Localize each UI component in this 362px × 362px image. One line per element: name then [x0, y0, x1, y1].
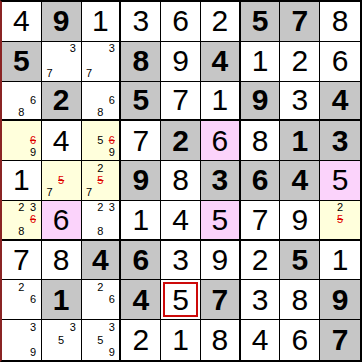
cell-r3c6[interactable]: 1	[201, 82, 241, 122]
candidate-digit: 6	[27, 135, 39, 147]
cell-r7c5[interactable]: 3	[161, 241, 201, 281]
candidate-digit: 9	[106, 147, 117, 159]
cell-r2c2[interactable]: 37	[42, 42, 82, 82]
solved-digit: 2	[252, 245, 269, 275]
cell-r2c8[interactable]: 2	[280, 42, 320, 82]
cell-r8c9[interactable]: 9	[320, 280, 360, 320]
given-digit: 8	[132, 46, 149, 76]
candidate-digit: 9	[27, 346, 39, 359]
candidate-digit: 3	[67, 321, 79, 334]
cell-r6c9[interactable]: 25	[320, 201, 360, 241]
candidate-digit: 6	[106, 135, 117, 147]
candidate-digit: 5	[55, 174, 67, 186]
solved-digit: 8	[53, 245, 70, 275]
solved-digit: 1	[172, 325, 189, 355]
candidate-grid: 26	[2, 280, 41, 319]
given-digit: 7	[211, 285, 228, 315]
solved-digit: 5	[211, 205, 228, 235]
cell-r9c1[interactable]: 39	[2, 320, 42, 360]
given-digit: 4	[132, 285, 149, 315]
solved-digit: 7	[13, 245, 30, 275]
candidate-digit: 8	[16, 226, 28, 238]
solved-digit: 4	[13, 6, 30, 36]
cell-r6c2[interactable]: 6	[42, 201, 82, 241]
given-digit: 1	[291, 126, 308, 156]
cell-r7c8[interactable]: 5	[280, 241, 320, 281]
solved-digit: 9	[291, 205, 308, 235]
cell-r2c6[interactable]: 4	[201, 42, 241, 82]
cell-r2c9[interactable]: 6	[320, 42, 360, 82]
cell-r1c8[interactable]: 7	[280, 2, 320, 42]
solved-digit: 2	[291, 46, 308, 76]
candidate-digit: 5	[95, 334, 106, 347]
candidate-digit: 6	[27, 214, 39, 226]
cell-r5c8[interactable]: 4	[280, 161, 320, 201]
solved-digit: 7	[132, 126, 149, 156]
solved-digit: 2	[211, 6, 228, 36]
candidate-digit: 3	[27, 202, 39, 214]
candidate-digit: 3	[106, 43, 117, 55]
candidate-digit: 9	[27, 147, 39, 159]
candidate-grid: 359	[82, 320, 120, 360]
cell-r3c4[interactable]: 5	[121, 82, 161, 122]
candidate-digit: 3	[106, 321, 117, 334]
candidate-digit: 7	[44, 187, 56, 199]
cell-r5c6[interactable]: 3	[201, 161, 241, 201]
solved-digit: 8	[172, 165, 189, 195]
cell-r1c6[interactable]: 2	[201, 2, 241, 42]
solved-digit: 3	[172, 245, 189, 275]
candidate-grid: 2368	[2, 201, 41, 239]
solved-digit: 4	[252, 325, 269, 355]
cell-r4c7[interactable]: 8	[241, 121, 281, 161]
solved-digit: 3	[291, 85, 308, 115]
cell-r6c8[interactable]: 9	[280, 201, 320, 241]
cell-r9c7[interactable]: 4	[241, 320, 281, 360]
candidate-digit: 8	[16, 106, 28, 118]
solved-digit: 1	[92, 6, 109, 36]
given-digit: 5	[291, 245, 308, 275]
given-digit: 9	[252, 85, 269, 115]
solved-digit: 8	[291, 285, 308, 315]
solved-digit: 6	[172, 6, 189, 36]
cell-r9c6[interactable]: 8	[201, 320, 241, 360]
solved-digit: 6	[291, 325, 308, 355]
candidate-digit: 2	[95, 162, 106, 174]
given-digit: 5	[13, 46, 30, 76]
candidate-digit: 7	[44, 67, 56, 79]
cell-r4c3[interactable]: 569	[82, 121, 122, 161]
cell-r2c7[interactable]: 1	[241, 42, 281, 82]
solved-digit: 1	[332, 245, 349, 275]
cell-r5c5[interactable]: 8	[161, 161, 201, 201]
solved-digit: 1	[132, 205, 149, 235]
cell-r5c2[interactable]: 57	[42, 161, 82, 201]
candidate-digit: 3	[67, 43, 79, 55]
solved-digit: 6	[332, 46, 349, 76]
candidate-grid: 69	[2, 121, 41, 160]
cell-r8c2[interactable]: 1	[42, 280, 82, 320]
candidate-digit: 2	[16, 281, 28, 293]
solved-digit: 5	[332, 165, 349, 195]
solved-digit: 2	[132, 325, 149, 355]
cell-r9c3[interactable]: 359	[82, 320, 122, 360]
given-digit: 6	[252, 165, 269, 195]
candidate-grid: 26	[82, 280, 120, 319]
candidate-digit: 6	[27, 94, 39, 106]
given-digit: 9	[132, 165, 149, 195]
candidate-digit: 7	[84, 67, 95, 79]
solved-digit: 3	[132, 6, 149, 36]
cell-r7c9[interactable]: 1	[320, 241, 360, 281]
cell-r4c4[interactable]: 7	[121, 121, 161, 161]
candidate-digit: 6	[106, 294, 117, 306]
solved-digit: 3	[252, 285, 269, 315]
cell-r4c8[interactable]: 1	[280, 121, 320, 161]
given-digit: 1	[53, 285, 70, 315]
candidate-digit: 2	[95, 202, 106, 214]
candidate-digit: 3	[106, 202, 117, 214]
candidate-digit: 2	[95, 281, 106, 293]
solved-digit: 9	[172, 46, 189, 76]
given-digit: 4	[332, 85, 349, 115]
solved-digit: 1	[252, 46, 269, 76]
candidate-grid: 68	[2, 82, 41, 120]
cell-r2c3[interactable]: 37	[82, 42, 122, 82]
candidate-digit: 5	[95, 174, 106, 186]
cell-r1c1[interactable]: 4	[2, 2, 42, 42]
cell-r5c1[interactable]: 1	[2, 161, 42, 201]
cell-r1c9[interactable]: 8	[320, 2, 360, 42]
solved-digit: 7	[252, 205, 269, 235]
cell-r6c5[interactable]: 4	[161, 201, 201, 241]
candidate-grid: 37	[82, 42, 120, 81]
given-digit: 5	[132, 85, 149, 115]
given-digit: 5	[252, 6, 269, 36]
solved-digit: 8	[332, 6, 349, 36]
cell-r7c7[interactable]: 2	[241, 241, 281, 281]
cell-r9c2[interactable]: 35	[42, 320, 82, 360]
cell-r5c9[interactable]: 5	[320, 161, 360, 201]
candidate-grid: 25	[320, 201, 360, 239]
candidate-digit: 3	[27, 321, 39, 334]
given-digit: 4	[211, 46, 228, 76]
cell-r2c1[interactable]: 5	[2, 42, 42, 82]
cell-r4c5[interactable]: 2	[161, 121, 201, 161]
cell-r3c2[interactable]: 2	[42, 82, 82, 122]
solved-digit: 4	[172, 205, 189, 235]
cell-r8c3[interactable]: 26	[82, 280, 122, 320]
cell-r7c2[interactable]: 8	[42, 241, 82, 281]
cell-r8c4[interactable]: 4	[121, 280, 161, 320]
cell-r3c5[interactable]: 7	[161, 82, 201, 122]
cell-r8c8[interactable]: 8	[280, 280, 320, 320]
candidate-digit: 6	[27, 294, 39, 306]
given-digit: 9	[332, 285, 349, 315]
candidate-digit: 7	[84, 187, 95, 199]
candidate-digit: 9	[106, 346, 117, 359]
candidate-digit: 8	[95, 226, 106, 238]
solved-digit: 6	[211, 126, 228, 156]
cell-r6c3[interactable]: 238	[82, 201, 122, 241]
candidate-grid: 238	[82, 201, 120, 239]
solved-digit: 8	[252, 126, 269, 156]
solved-digit: 4	[53, 126, 70, 156]
solved-digit: 7	[172, 85, 189, 115]
cell-r1c4[interactable]: 3	[121, 2, 161, 42]
given-digit: 2	[53, 85, 70, 115]
cell-r1c3[interactable]: 1	[82, 2, 122, 42]
candidate-grid: 257	[82, 161, 120, 200]
cell-r8c6[interactable]: 7	[201, 280, 241, 320]
solved-digit: 9	[211, 245, 228, 275]
candidate-digit: 5	[55, 334, 67, 347]
cell-r3c9[interactable]: 4	[320, 82, 360, 122]
cell-r9c5[interactable]: 1	[161, 320, 201, 360]
given-digit: 7	[332, 325, 349, 355]
solved-digit: 6	[53, 205, 70, 235]
cell-r1c5[interactable]: 6	[161, 2, 201, 42]
cell-r5c7[interactable]: 6	[241, 161, 281, 201]
cell-r6c7[interactable]: 7	[241, 201, 281, 241]
cell-r1c7[interactable]: 5	[241, 2, 281, 42]
cell-r8c5[interactable]: 5	[161, 280, 201, 320]
solved-digit: 1	[13, 165, 30, 195]
candidate-digit: 2	[16, 202, 28, 214]
candidate-digit: 2	[334, 202, 346, 214]
cell-r8c7[interactable]: 3	[241, 280, 281, 320]
cell-r4c2[interactable]: 4	[42, 121, 82, 161]
candidate-digit: 5	[334, 214, 346, 226]
given-digit: 3	[332, 126, 349, 156]
candidate-grid: 37	[42, 42, 81, 81]
cell-r3c1[interactable]: 68	[2, 82, 42, 122]
cell-r8c1[interactable]: 26	[2, 280, 42, 320]
given-digit: 6	[132, 245, 149, 275]
cell-r2c5[interactable]: 9	[161, 42, 201, 82]
cell-r2c4[interactable]: 8	[121, 42, 161, 82]
cell-r9c9[interactable]: 7	[320, 320, 360, 360]
cell-r4c6[interactable]: 6	[201, 121, 241, 161]
cell-r5c4[interactable]: 9	[121, 161, 161, 201]
given-digit: 2	[172, 126, 189, 156]
cell-r6c1[interactable]: 2368	[2, 201, 42, 241]
candidate-grid: 57	[42, 161, 81, 200]
cell-r3c3[interactable]: 68	[82, 82, 122, 122]
given-digit: 9	[53, 6, 70, 36]
cell-r6c4[interactable]: 1	[121, 201, 161, 241]
cell-r7c4[interactable]: 6	[121, 241, 161, 281]
sudoku-board: 4913625785373789412668268571934694569726…	[0, 0, 362, 362]
cell-r5c3[interactable]: 257	[82, 161, 122, 201]
given-digit: 7	[291, 6, 308, 36]
cell-r7c1[interactable]: 7	[2, 241, 42, 281]
cell-r9c4[interactable]: 2	[121, 320, 161, 360]
candidate-digit: 6	[106, 94, 117, 106]
candidate-grid: 39	[2, 320, 41, 360]
cell-r3c8[interactable]: 3	[280, 82, 320, 122]
cell-r1c2[interactable]: 9	[42, 2, 82, 42]
given-digit: 4	[92, 245, 109, 275]
given-digit: 4	[291, 165, 308, 195]
cell-r6c6[interactable]: 5	[201, 201, 241, 241]
solved-digit: 8	[211, 325, 228, 355]
candidate-grid: 35	[42, 320, 81, 360]
candidate-grid: 68	[82, 82, 120, 120]
candidate-digit: 5	[95, 135, 106, 147]
given-digit: 3	[211, 165, 228, 195]
cell-r3c7[interactable]: 9	[241, 82, 281, 122]
cell-r7c3[interactable]: 4	[82, 241, 122, 281]
candidate-grid: 569	[82, 121, 120, 160]
cell-r4c1[interactable]: 69	[2, 121, 42, 161]
cell-r4c9[interactable]: 3	[320, 121, 360, 161]
cell-r7c6[interactable]: 9	[201, 241, 241, 281]
solved-digit: 5	[172, 285, 189, 315]
candidate-digit: 8	[95, 106, 106, 118]
cell-r9c8[interactable]: 6	[280, 320, 320, 360]
solved-digit: 1	[211, 85, 228, 115]
